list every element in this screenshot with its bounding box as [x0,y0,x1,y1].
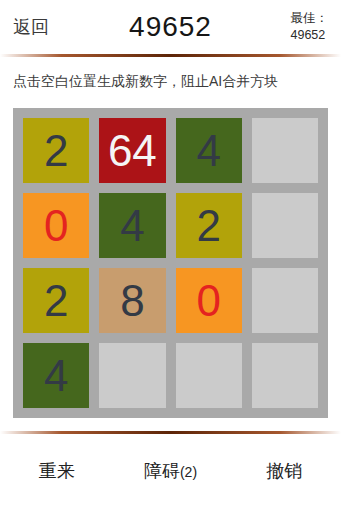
board: 26440422804 [13,108,328,418]
header: 返回 49652 最佳： 49652 [0,0,341,54]
footer: 重来 障碍(2) 撤销 [0,434,341,512]
instruction-text: 点击空白位置生成新数字，阻止AI合并方块 [13,74,328,89]
tile-4: 4 [23,343,89,408]
tile-4: 4 [99,193,165,258]
empty-cell[interactable] [252,343,318,408]
obstacle-button[interactable]: 障碍(2) [114,459,228,483]
tile-0: 0 [23,193,89,258]
tile-0: 0 [176,268,242,333]
undo-button[interactable]: 撤销 [227,459,341,483]
header-divider [0,54,341,57]
obstacle-count: (2) [180,464,197,480]
tile-2: 2 [23,268,89,333]
tile-2: 2 [23,118,89,183]
obstacle-label: 障碍 [144,461,180,481]
empty-cell[interactable] [252,193,318,258]
empty-cell[interactable] [99,343,165,408]
empty-cell[interactable] [176,343,242,408]
tile-2: 2 [176,193,242,258]
back-button[interactable]: 返回 [13,15,49,39]
tile-8: 8 [99,268,165,333]
restart-button[interactable]: 重来 [0,459,114,483]
best-value: 49652 [291,27,329,44]
app: 返回 49652 最佳： 49652 点击空白位置生成新数字，阻止AI合并方块 … [0,0,341,512]
tile-64: 64 [99,118,165,183]
empty-cell[interactable] [252,118,318,183]
empty-cell[interactable] [252,268,318,333]
best-score-block: 最佳： 49652 [291,10,329,44]
best-label: 最佳： [291,10,329,27]
tile-4: 4 [176,118,242,183]
